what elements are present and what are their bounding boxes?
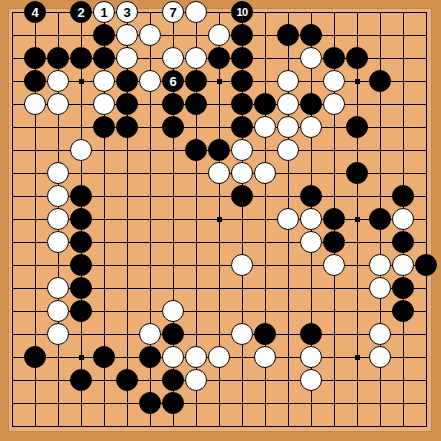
board-point-h5[interactable]: [162, 323, 185, 346]
board-point-g6[interactable]: [139, 300, 162, 323]
board-point-m11[interactable]: [277, 185, 300, 208]
board-point-e17[interactable]: [93, 47, 116, 70]
board-point-d14[interactable]: [70, 116, 93, 139]
board-point-b16[interactable]: [24, 70, 47, 93]
board-point-r17[interactable]: [392, 47, 415, 70]
board-point-p1[interactable]: [346, 415, 369, 438]
board-point-p5[interactable]: [346, 323, 369, 346]
board-point-l6[interactable]: [254, 300, 277, 323]
board-point-b10[interactable]: [24, 208, 47, 231]
board-point-q8[interactable]: [369, 254, 392, 277]
board-point-f19[interactable]: 3: [116, 1, 139, 24]
board-point-m18[interactable]: [277, 24, 300, 47]
board-point-f18[interactable]: [116, 24, 139, 47]
board-point-d16[interactable]: [70, 70, 93, 93]
board-point-h9[interactable]: [162, 231, 185, 254]
board-point-g17[interactable]: [139, 47, 162, 70]
board-point-n2[interactable]: [300, 392, 323, 415]
board-point-b9[interactable]: [24, 231, 47, 254]
board-point-l11[interactable]: [254, 185, 277, 208]
board-point-a10[interactable]: [1, 208, 24, 231]
board-point-r7[interactable]: [392, 277, 415, 300]
board-point-q13[interactable]: [369, 139, 392, 162]
board-point-s18[interactable]: [415, 24, 438, 47]
board-point-j4[interactable]: [208, 346, 231, 369]
board-point-i15[interactable]: [185, 93, 208, 116]
board-point-n3[interactable]: [300, 369, 323, 392]
board-point-d2[interactable]: [70, 392, 93, 415]
board-point-n16[interactable]: [300, 70, 323, 93]
board-point-s16[interactable]: [415, 70, 438, 93]
board-point-o9[interactable]: [323, 231, 346, 254]
board-point-k16[interactable]: [231, 70, 254, 93]
board-point-q3[interactable]: [369, 369, 392, 392]
board-point-b5[interactable]: [24, 323, 47, 346]
board-point-n4[interactable]: [300, 346, 323, 369]
board-point-a9[interactable]: [1, 231, 24, 254]
board-point-s9[interactable]: [415, 231, 438, 254]
board-point-e10[interactable]: [93, 208, 116, 231]
board-point-s13[interactable]: [415, 139, 438, 162]
board-point-a16[interactable]: [1, 70, 24, 93]
board-point-g2[interactable]: [139, 392, 162, 415]
board-point-g7[interactable]: [139, 277, 162, 300]
board-point-l13[interactable]: [254, 139, 277, 162]
board-point-f6[interactable]: [116, 300, 139, 323]
board-point-f5[interactable]: [116, 323, 139, 346]
board-point-m13[interactable]: [277, 139, 300, 162]
board-point-s19[interactable]: [415, 1, 438, 24]
board-point-e5[interactable]: [93, 323, 116, 346]
board-point-r5[interactable]: [392, 323, 415, 346]
board-point-b13[interactable]: [24, 139, 47, 162]
board-point-i13[interactable]: [185, 139, 208, 162]
board-point-s17[interactable]: [415, 47, 438, 70]
board-point-d11[interactable]: [70, 185, 93, 208]
board-point-n10[interactable]: [300, 208, 323, 231]
board-point-f13[interactable]: [116, 139, 139, 162]
board-point-o7[interactable]: [323, 277, 346, 300]
board-point-j19[interactable]: [208, 1, 231, 24]
board-point-h16[interactable]: 6: [162, 70, 185, 93]
board-point-b18[interactable]: [24, 24, 47, 47]
board-point-e6[interactable]: [93, 300, 116, 323]
board-point-q14[interactable]: [369, 116, 392, 139]
board-point-n12[interactable]: [300, 162, 323, 185]
board-point-e2[interactable]: [93, 392, 116, 415]
board-point-p19[interactable]: [346, 1, 369, 24]
board-point-e3[interactable]: [93, 369, 116, 392]
board-point-m3[interactable]: [277, 369, 300, 392]
board-point-g12[interactable]: [139, 162, 162, 185]
board-point-k6[interactable]: [231, 300, 254, 323]
board-point-a3[interactable]: [1, 369, 24, 392]
board-point-i16[interactable]: [185, 70, 208, 93]
board-point-b8[interactable]: [24, 254, 47, 277]
board-point-k2[interactable]: [231, 392, 254, 415]
board-point-b19[interactable]: 4: [24, 1, 47, 24]
board-point-i14[interactable]: [185, 116, 208, 139]
board-point-q16[interactable]: [369, 70, 392, 93]
board-point-j10[interactable]: [208, 208, 231, 231]
board-point-o2[interactable]: [323, 392, 346, 415]
board-point-o14[interactable]: [323, 116, 346, 139]
board-point-b1[interactable]: [24, 415, 47, 438]
board-point-k4[interactable]: [231, 346, 254, 369]
board-point-c19[interactable]: [47, 1, 70, 24]
board-point-i19[interactable]: [185, 1, 208, 24]
board-point-o4[interactable]: [323, 346, 346, 369]
board-point-l16[interactable]: [254, 70, 277, 93]
board-point-a11[interactable]: [1, 185, 24, 208]
board-point-o10[interactable]: [323, 208, 346, 231]
board-point-j2[interactable]: [208, 392, 231, 415]
board-point-p16[interactable]: [346, 70, 369, 93]
board-point-q18[interactable]: [369, 24, 392, 47]
board-point-e19[interactable]: 1: [93, 1, 116, 24]
board-point-c2[interactable]: [47, 392, 70, 415]
board-point-m15[interactable]: [277, 93, 300, 116]
board-point-h17[interactable]: [162, 47, 185, 70]
board-point-l8[interactable]: [254, 254, 277, 277]
board-point-n6[interactable]: [300, 300, 323, 323]
board-point-m9[interactable]: [277, 231, 300, 254]
board-point-g15[interactable]: [139, 93, 162, 116]
board-point-o12[interactable]: [323, 162, 346, 185]
board-point-h8[interactable]: [162, 254, 185, 277]
board-point-b17[interactable]: [24, 47, 47, 70]
board-point-d7[interactable]: [70, 277, 93, 300]
board-point-m8[interactable]: [277, 254, 300, 277]
board-point-j16[interactable]: [208, 70, 231, 93]
board-point-h15[interactable]: [162, 93, 185, 116]
board-point-q5[interactable]: [369, 323, 392, 346]
board-point-i4[interactable]: [185, 346, 208, 369]
board-point-k11[interactable]: [231, 185, 254, 208]
board-point-j9[interactable]: [208, 231, 231, 254]
board-point-o6[interactable]: [323, 300, 346, 323]
board-point-b3[interactable]: [24, 369, 47, 392]
board-point-r12[interactable]: [392, 162, 415, 185]
board-point-n8[interactable]: [300, 254, 323, 277]
board-point-g5[interactable]: [139, 323, 162, 346]
board-point-n19[interactable]: [300, 1, 323, 24]
board-point-c9[interactable]: [47, 231, 70, 254]
board-point-k1[interactable]: [231, 415, 254, 438]
board-point-d4[interactable]: [70, 346, 93, 369]
board-point-k19[interactable]: 10: [231, 1, 254, 24]
board-point-j5[interactable]: [208, 323, 231, 346]
board-point-n18[interactable]: [300, 24, 323, 47]
board-point-r4[interactable]: [392, 346, 415, 369]
board-point-m12[interactable]: [277, 162, 300, 185]
board-point-f7[interactable]: [116, 277, 139, 300]
board-point-d6[interactable]: [70, 300, 93, 323]
board-point-e13[interactable]: [93, 139, 116, 162]
board-point-h1[interactable]: [162, 415, 185, 438]
board-point-q15[interactable]: [369, 93, 392, 116]
board-point-h7[interactable]: [162, 277, 185, 300]
board-point-c10[interactable]: [47, 208, 70, 231]
board-point-g8[interactable]: [139, 254, 162, 277]
board-point-i1[interactable]: [185, 415, 208, 438]
board-point-g18[interactable]: [139, 24, 162, 47]
board-point-n14[interactable]: [300, 116, 323, 139]
board-point-g16[interactable]: [139, 70, 162, 93]
board-point-g3[interactable]: [139, 369, 162, 392]
board-point-f17[interactable]: [116, 47, 139, 70]
board-point-c16[interactable]: [47, 70, 70, 93]
board-point-s12[interactable]: [415, 162, 438, 185]
board-point-b14[interactable]: [24, 116, 47, 139]
board-point-h3[interactable]: [162, 369, 185, 392]
board-point-o3[interactable]: [323, 369, 346, 392]
board-point-j13[interactable]: [208, 139, 231, 162]
board-point-o15[interactable]: [323, 93, 346, 116]
board-point-o19[interactable]: [323, 1, 346, 24]
board-point-g13[interactable]: [139, 139, 162, 162]
board-point-b2[interactable]: [24, 392, 47, 415]
board-point-e14[interactable]: [93, 116, 116, 139]
board-point-r9[interactable]: [392, 231, 415, 254]
board-point-d3[interactable]: [70, 369, 93, 392]
board-point-s10[interactable]: [415, 208, 438, 231]
board-point-b11[interactable]: [24, 185, 47, 208]
board-point-n7[interactable]: [300, 277, 323, 300]
board-point-f3[interactable]: [116, 369, 139, 392]
board-point-a19[interactable]: [1, 1, 24, 24]
board-point-p7[interactable]: [346, 277, 369, 300]
board-point-m6[interactable]: [277, 300, 300, 323]
board-point-c12[interactable]: [47, 162, 70, 185]
board-point-q10[interactable]: [369, 208, 392, 231]
board-point-d18[interactable]: [70, 24, 93, 47]
board-point-c17[interactable]: [47, 47, 70, 70]
board-point-l5[interactable]: [254, 323, 277, 346]
board-point-i12[interactable]: [185, 162, 208, 185]
board-point-m19[interactable]: [277, 1, 300, 24]
board-point-p12[interactable]: [346, 162, 369, 185]
board-point-o13[interactable]: [323, 139, 346, 162]
board-point-d5[interactable]: [70, 323, 93, 346]
board-point-e11[interactable]: [93, 185, 116, 208]
board-point-m4[interactable]: [277, 346, 300, 369]
board-point-d1[interactable]: [70, 415, 93, 438]
board-point-s6[interactable]: [415, 300, 438, 323]
board-point-r19[interactable]: [392, 1, 415, 24]
board-point-s7[interactable]: [415, 277, 438, 300]
board-point-g19[interactable]: [139, 1, 162, 24]
board-point-h10[interactable]: [162, 208, 185, 231]
board-point-c14[interactable]: [47, 116, 70, 139]
board-point-d17[interactable]: [70, 47, 93, 70]
board-point-b6[interactable]: [24, 300, 47, 323]
board-point-g1[interactable]: [139, 415, 162, 438]
board-point-m1[interactable]: [277, 415, 300, 438]
board-point-m2[interactable]: [277, 392, 300, 415]
board-point-k12[interactable]: [231, 162, 254, 185]
board-point-f16[interactable]: [116, 70, 139, 93]
board-point-m10[interactable]: [277, 208, 300, 231]
board-point-p6[interactable]: [346, 300, 369, 323]
board-point-a2[interactable]: [1, 392, 24, 415]
board-point-k3[interactable]: [231, 369, 254, 392]
board-point-n5[interactable]: [300, 323, 323, 346]
board-point-f12[interactable]: [116, 162, 139, 185]
board-point-n1[interactable]: [300, 415, 323, 438]
board-point-e12[interactable]: [93, 162, 116, 185]
board-point-p11[interactable]: [346, 185, 369, 208]
board-point-o17[interactable]: [323, 47, 346, 70]
board-point-s14[interactable]: [415, 116, 438, 139]
board-point-l4[interactable]: [254, 346, 277, 369]
board-point-j17[interactable]: [208, 47, 231, 70]
board-point-s2[interactable]: [415, 392, 438, 415]
board-point-f9[interactable]: [116, 231, 139, 254]
board-point-c11[interactable]: [47, 185, 70, 208]
board-point-q2[interactable]: [369, 392, 392, 415]
board-point-a7[interactable]: [1, 277, 24, 300]
board-point-l19[interactable]: [254, 1, 277, 24]
board-point-b12[interactable]: [24, 162, 47, 185]
board-point-f1[interactable]: [116, 415, 139, 438]
board-point-s5[interactable]: [415, 323, 438, 346]
board-point-f14[interactable]: [116, 116, 139, 139]
board-point-r18[interactable]: [392, 24, 415, 47]
board-point-p14[interactable]: [346, 116, 369, 139]
board-point-q17[interactable]: [369, 47, 392, 70]
board-point-d8[interactable]: [70, 254, 93, 277]
board-point-d12[interactable]: [70, 162, 93, 185]
board-point-r3[interactable]: [392, 369, 415, 392]
board-point-h19[interactable]: 7: [162, 1, 185, 24]
board-point-m7[interactable]: [277, 277, 300, 300]
board-point-g14[interactable]: [139, 116, 162, 139]
board-point-r13[interactable]: [392, 139, 415, 162]
board-point-k9[interactable]: [231, 231, 254, 254]
board-point-j15[interactable]: [208, 93, 231, 116]
board-point-p15[interactable]: [346, 93, 369, 116]
board-point-k17[interactable]: [231, 47, 254, 70]
board-point-n17[interactable]: [300, 47, 323, 70]
board-point-s15[interactable]: [415, 93, 438, 116]
board-point-r11[interactable]: [392, 185, 415, 208]
board-point-e4[interactable]: [93, 346, 116, 369]
board-point-c15[interactable]: [47, 93, 70, 116]
board-point-f15[interactable]: [116, 93, 139, 116]
board-point-h4[interactable]: [162, 346, 185, 369]
board-point-h6[interactable]: [162, 300, 185, 323]
board-point-a18[interactable]: [1, 24, 24, 47]
board-point-p17[interactable]: [346, 47, 369, 70]
board-point-i17[interactable]: [185, 47, 208, 70]
board-point-s4[interactable]: [415, 346, 438, 369]
board-point-g11[interactable]: [139, 185, 162, 208]
board-point-a17[interactable]: [1, 47, 24, 70]
board-point-b15[interactable]: [24, 93, 47, 116]
board-point-k8[interactable]: [231, 254, 254, 277]
board-point-h12[interactable]: [162, 162, 185, 185]
board-point-n15[interactable]: [300, 93, 323, 116]
board-point-m5[interactable]: [277, 323, 300, 346]
board-point-q6[interactable]: [369, 300, 392, 323]
board-point-g4[interactable]: [139, 346, 162, 369]
board-point-o5[interactable]: [323, 323, 346, 346]
board-point-j18[interactable]: [208, 24, 231, 47]
board-point-h14[interactable]: [162, 116, 185, 139]
board-point-r10[interactable]: [392, 208, 415, 231]
board-point-f11[interactable]: [116, 185, 139, 208]
board-point-b7[interactable]: [24, 277, 47, 300]
board-point-j12[interactable]: [208, 162, 231, 185]
board-point-k14[interactable]: [231, 116, 254, 139]
board-point-n9[interactable]: [300, 231, 323, 254]
board-point-i18[interactable]: [185, 24, 208, 47]
board-point-i8[interactable]: [185, 254, 208, 277]
board-point-m17[interactable]: [277, 47, 300, 70]
board-point-a13[interactable]: [1, 139, 24, 162]
board-point-o16[interactable]: [323, 70, 346, 93]
board-point-i9[interactable]: [185, 231, 208, 254]
board-point-d10[interactable]: [70, 208, 93, 231]
board-point-l10[interactable]: [254, 208, 277, 231]
board-point-e18[interactable]: [93, 24, 116, 47]
board-point-q12[interactable]: [369, 162, 392, 185]
board-point-c6[interactable]: [47, 300, 70, 323]
board-point-p10[interactable]: [346, 208, 369, 231]
board-point-r1[interactable]: [392, 415, 415, 438]
board-point-a4[interactable]: [1, 346, 24, 369]
board-point-p8[interactable]: [346, 254, 369, 277]
board-point-k10[interactable]: [231, 208, 254, 231]
board-point-p2[interactable]: [346, 392, 369, 415]
board-point-q19[interactable]: [369, 1, 392, 24]
board-point-a5[interactable]: [1, 323, 24, 346]
board-point-l12[interactable]: [254, 162, 277, 185]
board-point-q11[interactable]: [369, 185, 392, 208]
board-point-f10[interactable]: [116, 208, 139, 231]
board-point-k18[interactable]: [231, 24, 254, 47]
board-point-r8[interactable]: [392, 254, 415, 277]
board-point-h2[interactable]: [162, 392, 185, 415]
board-point-m16[interactable]: [277, 70, 300, 93]
board-point-o11[interactable]: [323, 185, 346, 208]
board-point-h11[interactable]: [162, 185, 185, 208]
board-point-g10[interactable]: [139, 208, 162, 231]
board-point-r14[interactable]: [392, 116, 415, 139]
board-point-r16[interactable]: [392, 70, 415, 93]
board-point-j14[interactable]: [208, 116, 231, 139]
board-point-i11[interactable]: [185, 185, 208, 208]
board-point-n13[interactable]: [300, 139, 323, 162]
board-point-e8[interactable]: [93, 254, 116, 277]
board-point-e9[interactable]: [93, 231, 116, 254]
board-point-e15[interactable]: [93, 93, 116, 116]
board-point-l2[interactable]: [254, 392, 277, 415]
board-point-s8[interactable]: [415, 254, 438, 277]
board-point-i10[interactable]: [185, 208, 208, 231]
board-point-l7[interactable]: [254, 277, 277, 300]
board-point-o18[interactable]: [323, 24, 346, 47]
board-point-a6[interactable]: [1, 300, 24, 323]
board-point-p4[interactable]: [346, 346, 369, 369]
board-point-l1[interactable]: [254, 415, 277, 438]
board-point-j3[interactable]: [208, 369, 231, 392]
board-point-s11[interactable]: [415, 185, 438, 208]
board-point-k13[interactable]: [231, 139, 254, 162]
board-point-c5[interactable]: [47, 323, 70, 346]
board-point-r15[interactable]: [392, 93, 415, 116]
